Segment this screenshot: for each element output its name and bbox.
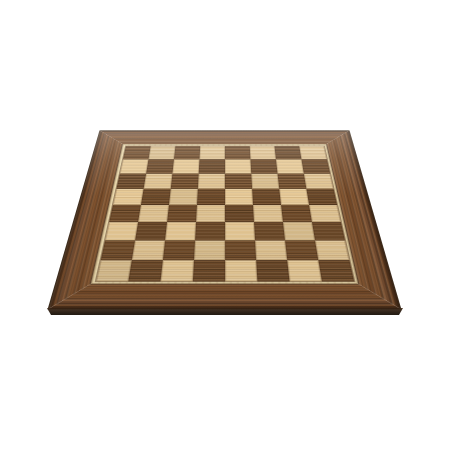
square-r1c3 [174,146,200,159]
square-r4c4 [197,188,225,204]
square-r2c8 [301,159,330,173]
square-r6c8 [311,222,344,240]
square-r1c5 [225,146,250,159]
square-r5c3 [167,205,197,222]
square-r5c1 [109,205,141,222]
square-r8c3 [160,260,193,281]
square-r6c7 [282,222,314,240]
square-r5c8 [309,205,341,222]
square-r4c2 [141,188,171,204]
square-r1c4 [199,146,224,159]
square-r8c6 [256,260,289,281]
photo-canvas [0,0,452,452]
board-frame-top [96,130,354,144]
square-r3c1 [116,173,146,188]
square-r5c6 [253,205,283,222]
square-r2c3 [172,159,199,173]
chess-board [48,130,402,309]
square-r3c3 [170,173,198,188]
square-r1c8 [299,146,327,159]
squares-grid [96,146,354,281]
square-r2c1 [119,159,148,173]
square-r5c5 [225,205,254,222]
square-r3c4 [197,173,224,188]
square-r6c2 [135,222,167,240]
square-r8c4 [192,260,224,281]
square-r2c2 [146,159,174,173]
square-r4c7 [279,188,309,204]
square-r3c8 [303,173,333,188]
square-r3c2 [143,173,172,188]
square-r7c3 [162,240,194,260]
square-r4c1 [113,188,144,204]
square-r3c5 [225,173,252,188]
square-r7c2 [131,240,164,260]
square-r7c8 [314,240,348,260]
square-r5c7 [281,205,312,222]
square-r4c5 [225,188,253,204]
square-r1c6 [249,146,275,159]
square-r1c7 [274,146,301,159]
square-r1c2 [148,146,175,159]
board-frame-bottom [48,284,402,310]
square-r6c1 [105,222,138,240]
square-r2c6 [250,159,277,173]
square-r8c1 [96,260,132,281]
square-r7c7 [284,240,317,260]
square-r5c4 [196,205,225,222]
square-r8c8 [318,260,354,281]
square-r7c4 [193,240,224,260]
square-r1c1 [123,146,151,159]
square-r7c6 [254,240,286,260]
square-r7c1 [100,240,134,260]
square-r7c5 [225,240,256,260]
square-r4c8 [306,188,337,204]
square-r4c6 [252,188,281,204]
square-r5c2 [138,205,169,222]
square-r6c6 [253,222,284,240]
square-r4c3 [169,188,198,204]
square-r3c7 [277,173,306,188]
square-r2c7 [275,159,303,173]
square-r2c5 [225,159,251,173]
square-r6c5 [225,222,255,240]
square-r8c5 [225,260,257,281]
square-r8c7 [287,260,322,281]
square-r3c6 [251,173,279,188]
square-r6c4 [195,222,225,240]
square-r6c3 [165,222,196,240]
square-r8c2 [128,260,163,281]
square-r2c4 [198,159,224,173]
